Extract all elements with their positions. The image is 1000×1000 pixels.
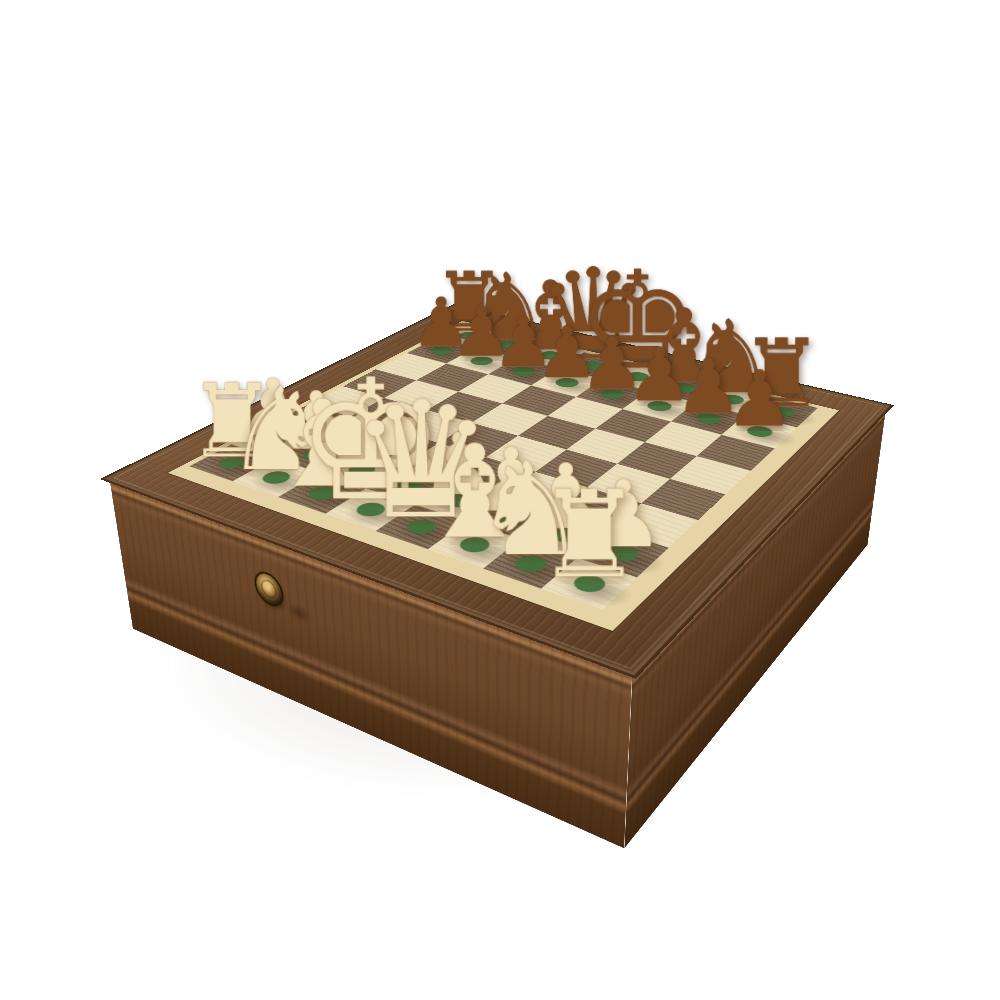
white-rook-h1: ♜ bbox=[473, 338, 706, 583]
piece-glyph: ♞ bbox=[473, 457, 589, 563]
square-g6 bbox=[645, 422, 722, 456]
white-pawn-d2: ♟ bbox=[308, 270, 511, 484]
white-pawn-b2: ♟ bbox=[219, 250, 413, 455]
square-f2: ♟ bbox=[467, 496, 556, 539]
white-queen-e1: ♛ bbox=[313, 299, 529, 526]
square-b2: ♟ bbox=[275, 437, 358, 473]
square-e1: ♛ bbox=[376, 505, 467, 550]
piece-glyph: ♛ bbox=[537, 263, 649, 366]
square-g5 bbox=[617, 442, 697, 479]
square-b1: ♞ bbox=[233, 458, 319, 497]
black-knight-g8: ♞ bbox=[643, 212, 821, 399]
piece-glyph: ♞ bbox=[225, 383, 327, 477]
square-a4 bbox=[308, 386, 384, 416]
piece-glyph: ♟ bbox=[626, 345, 692, 405]
white-pawn-c2: ♟ bbox=[262, 260, 461, 469]
square-d7: ♟ bbox=[531, 368, 602, 397]
square-d6 bbox=[502, 385, 576, 415]
square-d3 bbox=[404, 443, 486, 480]
square-d4 bbox=[439, 423, 518, 458]
black-pawn-f7: ♟ bbox=[569, 217, 749, 406]
piece-glyph: ♚ bbox=[296, 373, 445, 509]
square-c3 bbox=[358, 430, 439, 465]
square-g7: ♟ bbox=[671, 402, 745, 434]
white-pawn-a2: ♟ bbox=[178, 240, 368, 440]
black-bishop-f8: ♝ bbox=[596, 204, 770, 387]
black-bishop-c8: ♝ bbox=[468, 182, 633, 355]
square-b8: ♞ bbox=[475, 333, 542, 358]
white-knight-g1: ♞ bbox=[417, 324, 644, 563]
square-f8: ♝ bbox=[648, 373, 719, 402]
piece-glyph: ♟ bbox=[238, 377, 308, 441]
knob-shadow bbox=[281, 597, 317, 630]
piece-glyph: ♟ bbox=[372, 416, 447, 484]
piece-glyph: ♞ bbox=[686, 316, 777, 399]
square-e8: ♚ bbox=[602, 363, 672, 391]
piece-glyph: ♝ bbox=[417, 439, 532, 544]
square-f7: ♟ bbox=[623, 391, 696, 422]
square-h3 bbox=[610, 503, 698, 547]
square-g3 bbox=[555, 487, 641, 529]
piece-glyph: ♝ bbox=[269, 395, 376, 493]
white-pawn-g2: ♟ bbox=[457, 305, 675, 535]
black-rook-a8: ♜ bbox=[390, 168, 549, 335]
white-king-d1: ♚ bbox=[265, 287, 476, 509]
white-rook-a1: ♜ bbox=[134, 255, 331, 462]
piece-glyph: ♟ bbox=[526, 461, 606, 534]
black-knight-b8: ♞ bbox=[428, 175, 590, 345]
square-h6 bbox=[697, 435, 775, 471]
chess-box: ♜♞♝♛♚♝♞♜♟♟♟♟♟♟♟♟♟♟♟♟♟♟♟♟♜♞♝♚♛♝♞♜ bbox=[109, 306, 886, 672]
white-pawn-h2: ♟ bbox=[511, 317, 735, 553]
white-knight-b1: ♞ bbox=[176, 265, 377, 477]
piece-glyph: ♜ bbox=[536, 485, 644, 583]
square-b3 bbox=[313, 417, 393, 451]
piece-glyph: ♟ bbox=[472, 445, 550, 517]
square-e4 bbox=[486, 436, 566, 472]
piece-glyph: ♟ bbox=[281, 389, 353, 454]
piece-glyph: ♝ bbox=[638, 305, 728, 388]
piece-glyph: ♟ bbox=[535, 324, 599, 382]
square-a3 bbox=[271, 404, 350, 436]
square-d8: ♛ bbox=[558, 352, 627, 379]
square-c4 bbox=[393, 410, 471, 443]
square-a8: ♜ bbox=[436, 324, 502, 348]
black-pawn-h7: ♟ bbox=[666, 234, 853, 431]
square-d2: ♟ bbox=[366, 465, 452, 505]
square-c1: ♝ bbox=[278, 473, 366, 514]
black-pawn-b7: ♟ bbox=[398, 186, 564, 361]
piece-glyph: ♟ bbox=[411, 296, 471, 351]
white-bishop-c1: ♝ bbox=[220, 276, 426, 493]
white-pawn-e2: ♟ bbox=[355, 281, 563, 500]
piece-glyph: ♟ bbox=[582, 477, 664, 552]
square-e2: ♟ bbox=[415, 480, 502, 521]
square-a6 bbox=[376, 353, 447, 380]
square-c8: ♝ bbox=[516, 342, 584, 368]
scene-3d: ♜♞♝♛♚♝♞♜♟♟♟♟♟♟♟♟♟♟♟♟♟♟♟♟♜♞♝♚♛♝♞♜ bbox=[0, 0, 1000, 1000]
square-c2: ♟ bbox=[319, 451, 403, 489]
square-g8: ♞ bbox=[696, 384, 767, 414]
piece-glyph: ♞ bbox=[468, 270, 550, 345]
square-h8: ♜ bbox=[745, 396, 817, 428]
black-pawn-a7: ♟ bbox=[360, 179, 523, 351]
piece-glyph: ♝ bbox=[508, 277, 593, 355]
square-c5 bbox=[427, 392, 502, 423]
square-f5 bbox=[566, 429, 645, 464]
piece-glyph: ♟ bbox=[325, 402, 398, 469]
square-a7: ♟ bbox=[407, 338, 475, 364]
square-e5 bbox=[518, 416, 595, 450]
square-b5 bbox=[384, 380, 458, 410]
piece-glyph: ♜ bbox=[433, 268, 506, 335]
black-king-e8: ♚ bbox=[552, 196, 723, 376]
square-e7: ♟ bbox=[576, 379, 648, 409]
black-pawn-c7: ♟ bbox=[439, 193, 608, 371]
square-g2: ♟ bbox=[520, 512, 610, 558]
piece-glyph: ♟ bbox=[675, 356, 743, 418]
square-g4 bbox=[587, 464, 670, 503]
square-h5 bbox=[670, 456, 751, 494]
black-pawn-e7: ♟ bbox=[524, 208, 700, 393]
square-h1: ♜ bbox=[541, 558, 637, 610]
product-photo: ♜♞♝♛♚♝♞♜♟♟♟♟♟♟♟♟♟♟♟♟♟♟♟♟♜♞♝♚♛♝♞♜ bbox=[0, 0, 1000, 1000]
square-c7: ♟ bbox=[488, 358, 558, 385]
white-pawn-f2: ♟ bbox=[405, 293, 618, 517]
square-b6 bbox=[416, 364, 488, 392]
square-b4 bbox=[350, 398, 427, 430]
square-f6 bbox=[595, 409, 671, 442]
piece-glyph: ♜ bbox=[187, 379, 278, 462]
square-f1: ♝ bbox=[428, 522, 520, 569]
square-a2: ♟ bbox=[232, 424, 314, 459]
black-queen-d8: ♛ bbox=[509, 189, 677, 366]
black-rook-h8: ♜ bbox=[691, 220, 872, 411]
piece-glyph: ♛ bbox=[349, 394, 494, 526]
piece-glyph: ♚ bbox=[577, 266, 698, 377]
square-b7: ♟ bbox=[447, 348, 516, 374]
square-a5 bbox=[343, 369, 416, 398]
square-a1: ♜ bbox=[189, 444, 274, 481]
piece-glyph: ♟ bbox=[492, 314, 554, 371]
square-f3 bbox=[502, 472, 587, 512]
black-pawn-d7: ♟ bbox=[481, 201, 654, 383]
piece-glyph: ♟ bbox=[725, 368, 794, 431]
square-h7: ♟ bbox=[722, 415, 797, 449]
square-f4 bbox=[535, 450, 617, 488]
piece-glyph: ♟ bbox=[580, 335, 645, 394]
square-h2: ♟ bbox=[577, 530, 668, 578]
white-bishop-f1: ♝ bbox=[364, 311, 585, 544]
square-e3 bbox=[452, 457, 536, 496]
drawer-knob bbox=[255, 570, 283, 609]
square-h4 bbox=[641, 479, 725, 520]
piece-glyph: ♟ bbox=[451, 305, 512, 361]
piece-glyph: ♜ bbox=[740, 335, 824, 412]
square-e6 bbox=[548, 397, 623, 429]
piece-glyph: ♟ bbox=[421, 430, 498, 500]
black-pawn-g7: ♟ bbox=[617, 225, 800, 418]
square-c6 bbox=[458, 374, 531, 403]
square-d1: ♚ bbox=[326, 488, 415, 531]
square-g1: ♞ bbox=[483, 539, 577, 588]
square-d5 bbox=[472, 403, 548, 435]
